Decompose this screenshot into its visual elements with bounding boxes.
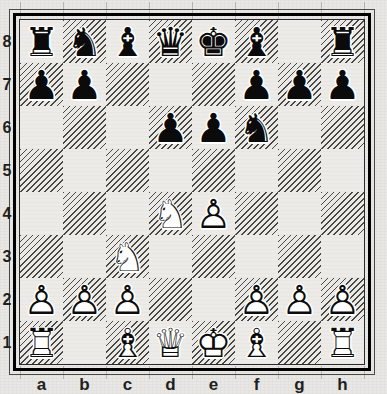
black-rook-h8: ♜♜ [321,20,364,63]
black-rook-a8: ♜♜ [20,20,63,63]
white-knight-d4: ♞♘ [149,192,192,235]
rank-label-4: 4 [0,192,14,235]
rank-label-5: 5 [0,149,14,192]
white-pawn-c2: ♟♙ [106,278,149,321]
square-b4[interactable] [63,192,106,235]
square-e2[interactable] [192,278,235,321]
square-g2[interactable]: ♟♙ [278,278,321,321]
piece-glyph: ♚ [192,20,235,63]
square-h8[interactable]: ♜♜ [321,20,364,63]
square-b7[interactable]: ♟♟ [63,63,106,106]
piece-glyph: ♞ [235,106,278,149]
square-a8[interactable]: ♜♜ [20,20,63,63]
square-b8[interactable]: ♞♞ [63,20,106,63]
square-h4[interactable] [321,192,364,235]
square-a6[interactable] [20,106,63,149]
white-pawn-b2: ♟♙ [63,278,106,321]
square-d2[interactable] [149,278,192,321]
square-e8[interactable]: ♚♚ [192,20,235,63]
square-g8[interactable] [278,20,321,63]
square-c4[interactable] [106,192,149,235]
piece-glyph: ♙ [20,278,63,321]
file-label-b: b [63,375,106,394]
square-g1[interactable] [278,321,321,364]
piece-glyph: ♘ [149,192,192,235]
chess-diagram-page: ♜♜♞♞♝♝♛♛♚♚♝♝♜♜♟♟♟♟♟♟♟♟♟♟♟♟♟♟♞♞♞♘♟♙♞♘♟♙♟♙… [0,0,387,394]
square-e1[interactable]: ♚♔ [192,321,235,364]
black-pawn-b7: ♟♟ [63,63,106,106]
file-label-c: c [106,375,149,394]
square-f3[interactable] [235,235,278,278]
white-pawn-f2: ♟♙ [235,278,278,321]
square-g4[interactable] [278,192,321,235]
square-d5[interactable] [149,149,192,192]
piece-glyph: ♜ [20,20,63,63]
piece-glyph: ♟ [235,63,278,106]
square-b1[interactable] [63,321,106,364]
piece-glyph: ♙ [63,278,106,321]
square-c1[interactable]: ♝♗ [106,321,149,364]
piece-glyph: ♖ [321,321,364,364]
piece-glyph: ♜ [321,20,364,63]
rank-label-3: 3 [0,235,14,278]
file-label-f: f [235,375,278,394]
white-pawn-a2: ♟♙ [20,278,63,321]
square-a5[interactable] [20,149,63,192]
square-b3[interactable] [63,235,106,278]
white-rook-a1: ♜♖ [20,321,63,364]
square-e5[interactable] [192,149,235,192]
black-queen-d8: ♛♛ [149,20,192,63]
piece-glyph: ♟ [63,63,106,106]
black-knight-f6: ♞♞ [235,106,278,149]
square-a2[interactable]: ♟♙ [20,278,63,321]
black-bishop-f8: ♝♝ [235,20,278,63]
file-label-e: e [192,375,235,394]
square-e4[interactable]: ♟♙ [192,192,235,235]
piece-glyph: ♟ [278,63,321,106]
rank-label-7: 7 [0,63,14,106]
piece-glyph: ♙ [106,278,149,321]
file-label-g: g [278,375,321,394]
rank-label-2: 2 [0,278,14,321]
black-pawn-d6: ♟♟ [149,106,192,149]
square-d4[interactable]: ♞♘ [149,192,192,235]
piece-glyph: ♙ [192,192,235,235]
white-pawn-g2: ♟♙ [278,278,321,321]
piece-glyph: ♙ [235,278,278,321]
square-b5[interactable] [63,149,106,192]
piece-glyph: ♞ [63,20,106,63]
square-d3[interactable] [149,235,192,278]
piece-glyph: ♔ [192,321,235,364]
square-g6[interactable] [278,106,321,149]
square-c3[interactable]: ♞♘ [106,235,149,278]
piece-glyph: ♛ [149,20,192,63]
piece-glyph: ♖ [20,321,63,364]
rank-label-1: 1 [0,321,14,364]
square-g5[interactable] [278,149,321,192]
square-h3[interactable] [321,235,364,278]
square-f8[interactable]: ♝♝ [235,20,278,63]
file-label-h: h [321,375,364,394]
file-label-d: d [149,375,192,394]
square-c5[interactable] [106,149,149,192]
square-h7[interactable]: ♟♟ [321,63,364,106]
piece-glyph: ♝ [235,20,278,63]
board-inner-frame: ♜♜♞♞♝♝♛♛♚♚♝♝♜♜♟♟♟♟♟♟♟♟♟♟♟♟♟♟♞♞♞♘♟♙♞♘♟♙♟♙… [19,19,365,365]
chess-board: ♜♜♞♞♝♝♛♛♚♚♝♝♜♜♟♟♟♟♟♟♟♟♟♟♟♟♟♟♞♞♞♘♟♙♞♘♟♙♟♙… [9,9,375,375]
rank-label-8: 8 [0,20,14,63]
square-d7[interactable] [149,63,192,106]
piece-glyph: ♝ [106,20,149,63]
square-h5[interactable] [321,149,364,192]
square-f6[interactable]: ♞♞ [235,106,278,149]
square-d1[interactable]: ♛♕ [149,321,192,364]
piece-glyph: ♗ [106,321,149,364]
piece-glyph: ♙ [278,278,321,321]
square-h6[interactable] [321,106,364,149]
square-c6[interactable] [106,106,149,149]
square-e3[interactable] [192,235,235,278]
square-f7[interactable]: ♟♟ [235,63,278,106]
black-pawn-h7: ♟♟ [321,63,364,106]
piece-glyph: ♟ [20,63,63,106]
white-king-e1: ♚♔ [192,321,235,364]
rank-label-6: 6 [0,106,14,149]
black-pawn-e6: ♟♟ [192,106,235,149]
square-a1[interactable]: ♜♖ [20,321,63,364]
piece-glyph: ♕ [149,321,192,364]
white-pawn-e4: ♟♙ [192,192,235,235]
square-h2[interactable]: ♟♙ [321,278,364,321]
white-bishop-c1: ♝♗ [106,321,149,364]
square-c7[interactable] [106,63,149,106]
square-d8[interactable]: ♛♛ [149,20,192,63]
square-f2[interactable]: ♟♙ [235,278,278,321]
square-e6[interactable]: ♟♟ [192,106,235,149]
square-c2[interactable]: ♟♙ [106,278,149,321]
board-frame: ♜♜♞♞♝♝♛♛♚♚♝♝♜♜♟♟♟♟♟♟♟♟♟♟♟♟♟♟♞♞♞♘♟♙♞♘♟♙♟♙… [13,13,371,371]
piece-glyph: ♘ [106,235,149,278]
square-h1[interactable]: ♜♖ [321,321,364,364]
black-pawn-a7: ♟♟ [20,63,63,106]
square-f4[interactable] [235,192,278,235]
square-d6[interactable]: ♟♟ [149,106,192,149]
square-g7[interactable]: ♟♟ [278,63,321,106]
black-bishop-c8: ♝♝ [106,20,149,63]
black-pawn-g7: ♟♟ [278,63,321,106]
black-king-e8: ♚♚ [192,20,235,63]
chess-board-grid: ♜♜♞♞♝♝♛♛♚♚♝♝♜♜♟♟♟♟♟♟♟♟♟♟♟♟♟♟♞♞♞♘♟♙♞♘♟♙♟♙… [20,20,364,364]
file-label-a: a [20,375,63,394]
white-pawn-h2: ♟♙ [321,278,364,321]
white-queen-d1: ♛♕ [149,321,192,364]
square-a7[interactable]: ♟♟ [20,63,63,106]
piece-glyph: ♟ [321,63,364,106]
piece-glyph: ♟ [192,106,235,149]
square-a3[interactable] [20,235,63,278]
black-knight-b8: ♞♞ [63,20,106,63]
square-b2[interactable]: ♟♙ [63,278,106,321]
square-f5[interactable] [235,149,278,192]
square-a4[interactable] [20,192,63,235]
black-pawn-f7: ♟♟ [235,63,278,106]
white-rook-h1: ♜♖ [321,321,364,364]
square-g3[interactable] [278,235,321,278]
square-b6[interactable] [63,106,106,149]
square-f1[interactable]: ♝♗ [235,321,278,364]
white-bishop-f1: ♝♗ [235,321,278,364]
piece-glyph: ♙ [321,278,364,321]
white-knight-c3: ♞♘ [106,235,149,278]
square-c8[interactable]: ♝♝ [106,20,149,63]
piece-glyph: ♟ [149,106,192,149]
square-e7[interactable] [192,63,235,106]
piece-glyph: ♗ [235,321,278,364]
